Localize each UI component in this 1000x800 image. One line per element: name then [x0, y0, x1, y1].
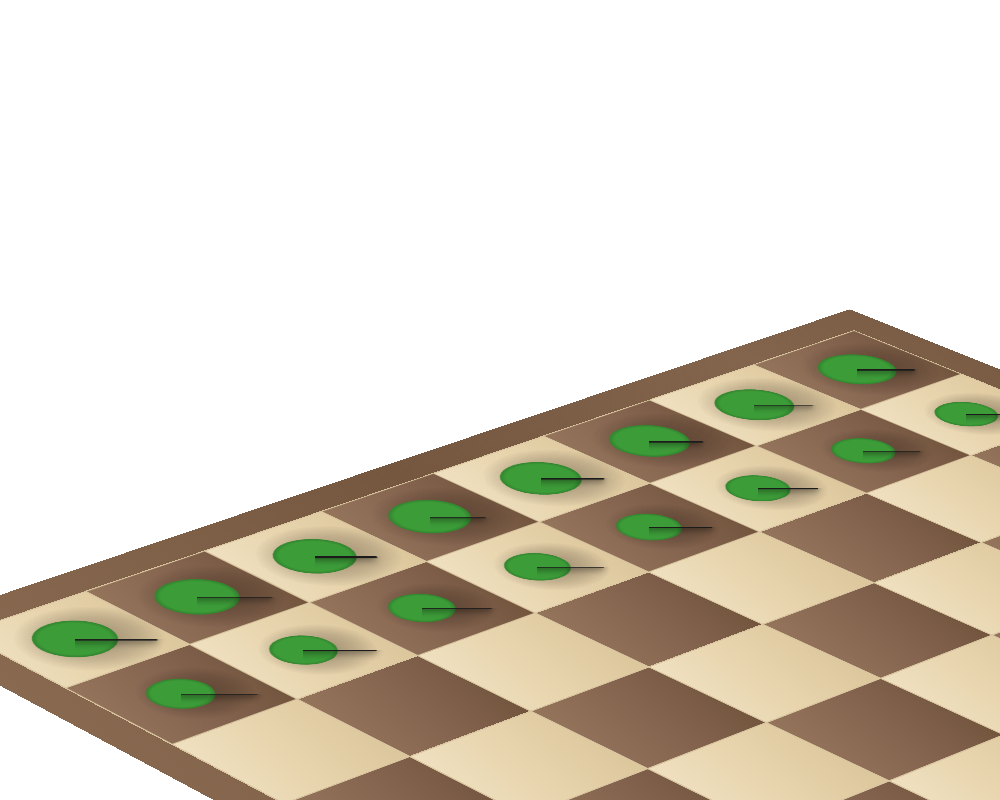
- black-pawn-glyph: ♟: [63, 494, 297, 732]
- product-photo-scene: ♜♞♝♛♚♝♞♜♟♟♟♟♟♟♟♟: [0, 0, 1000, 800]
- board-squares: ♜♞♝♛♚♝♞♜♟♟♟♟♟♟♟♟: [0, 330, 1000, 800]
- chessboard: ♜♞♝♛♚♝♞♜♟♟♟♟♟♟♟♟: [0, 309, 1000, 800]
- square-a7: ♟: [67, 645, 296, 744]
